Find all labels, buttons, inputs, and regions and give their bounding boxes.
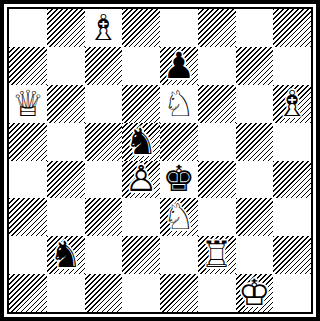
chess-board: ♝♗♟♟♛♕♞♘♝♗♞♞♟♙♚♚♞♘♞♞♜♖♚♔ (9, 9, 311, 312)
white-queen-icon: ♕ (9, 85, 47, 123)
square-f6[interactable] (198, 85, 236, 123)
square-d8[interactable] (122, 9, 160, 47)
square-b4[interactable] (47, 161, 85, 199)
white-pawn-fill: ♟ (122, 161, 160, 199)
square-e8[interactable] (160, 9, 198, 47)
square-a7[interactable] (9, 47, 47, 85)
square-a4[interactable] (9, 161, 47, 199)
square-c5[interactable] (85, 123, 123, 161)
square-h1[interactable] (273, 274, 311, 312)
white-rook-fill: ♜ (198, 236, 236, 274)
square-d6[interactable] (122, 85, 160, 123)
square-a6[interactable]: ♛♕ (9, 85, 47, 123)
square-b7[interactable] (47, 47, 85, 85)
white-queen-fill: ♛ (9, 85, 47, 123)
white-knight-fill: ♞ (160, 85, 198, 123)
square-f1[interactable] (198, 274, 236, 312)
square-c8[interactable]: ♝♗ (85, 9, 123, 47)
square-a5[interactable] (9, 123, 47, 161)
square-h4[interactable] (273, 161, 311, 199)
square-b2[interactable]: ♞♞ (47, 236, 85, 274)
square-a1[interactable] (9, 274, 47, 312)
square-c3[interactable] (85, 198, 123, 236)
square-e5[interactable] (160, 123, 198, 161)
square-d4[interactable]: ♟♙ (122, 161, 160, 199)
white-bishop-fill: ♝ (273, 85, 311, 123)
square-c6[interactable] (85, 85, 123, 123)
black-knight-fill: ♞ (122, 123, 160, 161)
square-e6[interactable]: ♞♘ (160, 85, 198, 123)
square-h3[interactable] (273, 198, 311, 236)
white-knight-fill: ♞ (160, 198, 198, 236)
square-f8[interactable] (198, 9, 236, 47)
square-g4[interactable] (236, 161, 274, 199)
board-inner-frame: ♝♗♟♟♛♕♞♘♝♗♞♞♟♙♚♚♞♘♞♞♜♖♚♔ (7, 7, 313, 314)
square-f4[interactable] (198, 161, 236, 199)
square-h8[interactable] (273, 9, 311, 47)
square-b6[interactable] (47, 85, 85, 123)
white-knight-icon: ♘ (160, 85, 198, 123)
square-g5[interactable] (236, 123, 274, 161)
square-g6[interactable] (236, 85, 274, 123)
square-g7[interactable] (236, 47, 274, 85)
square-e2[interactable] (160, 236, 198, 274)
square-g3[interactable] (236, 198, 274, 236)
square-b3[interactable] (47, 198, 85, 236)
square-f7[interactable] (198, 47, 236, 85)
square-b8[interactable] (47, 9, 85, 47)
black-knight-icon: ♞ (47, 236, 85, 274)
black-pawn-icon: ♟ (160, 47, 198, 85)
square-d2[interactable] (122, 236, 160, 274)
square-g8[interactable] (236, 9, 274, 47)
square-d3[interactable] (122, 198, 160, 236)
square-c7[interactable] (85, 47, 123, 85)
white-king-icon: ♔ (236, 274, 274, 312)
black-knight-icon: ♞ (122, 123, 160, 161)
square-g2[interactable] (236, 236, 274, 274)
square-g1[interactable]: ♚♔ (236, 274, 274, 312)
square-a2[interactable] (9, 236, 47, 274)
board-frame: ♝♗♟♟♛♕♞♘♝♗♞♞♟♙♚♚♞♘♞♞♜♖♚♔ (0, 0, 320, 321)
square-d7[interactable] (122, 47, 160, 85)
square-a3[interactable] (9, 198, 47, 236)
square-d5[interactable]: ♞♞ (122, 123, 160, 161)
square-h7[interactable] (273, 47, 311, 85)
white-pawn-icon: ♙ (122, 161, 160, 199)
black-knight-fill: ♞ (47, 236, 85, 274)
black-pawn-fill: ♟ (160, 47, 198, 85)
square-c1[interactable] (85, 274, 123, 312)
square-h2[interactable] (273, 236, 311, 274)
white-bishop-icon: ♗ (85, 9, 123, 47)
white-king-fill: ♚ (236, 274, 274, 312)
square-e3[interactable]: ♞♘ (160, 198, 198, 236)
square-a8[interactable] (9, 9, 47, 47)
square-c4[interactable] (85, 161, 123, 199)
black-king-icon: ♚ (160, 161, 198, 199)
square-c2[interactable] (85, 236, 123, 274)
square-h6[interactable]: ♝♗ (273, 85, 311, 123)
square-d1[interactable] (122, 274, 160, 312)
black-king-fill: ♚ (160, 161, 198, 199)
square-f3[interactable] (198, 198, 236, 236)
square-f5[interactable] (198, 123, 236, 161)
square-b1[interactable] (47, 274, 85, 312)
white-rook-icon: ♖ (198, 236, 236, 274)
square-f2[interactable]: ♜♖ (198, 236, 236, 274)
chess-diagram: ♝♗♟♟♛♕♞♘♝♗♞♞♟♙♚♚♞♘♞♞♜♖♚♔ (0, 0, 320, 321)
square-b5[interactable] (47, 123, 85, 161)
white-bishop-fill: ♝ (85, 9, 123, 47)
square-e7[interactable]: ♟♟ (160, 47, 198, 85)
white-knight-icon: ♘ (160, 198, 198, 236)
square-e4[interactable]: ♚♚ (160, 161, 198, 199)
square-e1[interactable] (160, 274, 198, 312)
square-h5[interactable] (273, 123, 311, 161)
white-bishop-icon: ♗ (273, 85, 311, 123)
